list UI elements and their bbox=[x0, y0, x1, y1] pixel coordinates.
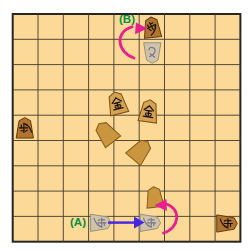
shogi-board bbox=[0, 0, 250, 250]
piece-token-left bbox=[16, 118, 33, 139]
piece-token-corner bbox=[217, 215, 238, 232]
label-B: (B) bbox=[119, 14, 135, 26]
piece-ghost-move-from bbox=[91, 214, 112, 231]
piece-ghost-flip-top bbox=[144, 43, 161, 64]
board-frame bbox=[13, 14, 241, 242]
mawari-shogi-diagram: (B) (A) bbox=[0, 0, 250, 250]
label-A: (A) bbox=[70, 217, 86, 229]
